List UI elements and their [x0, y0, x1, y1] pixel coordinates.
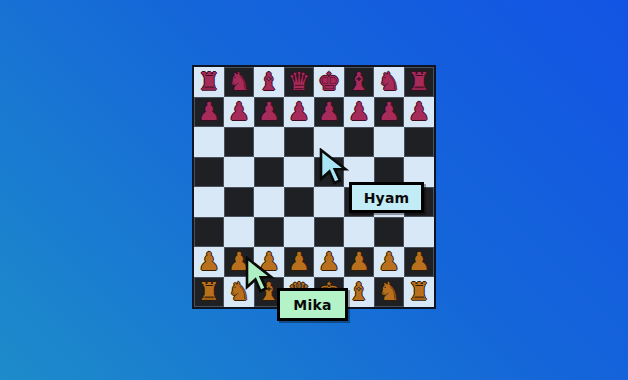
- square-b7[interactable]: ♟: [224, 97, 254, 127]
- piece-white-knight: ♞: [374, 277, 404, 307]
- square-h8[interactable]: ♜: [404, 67, 434, 97]
- piece-white-rook: ♜: [404, 277, 434, 307]
- square-b6[interactable]: [224, 127, 254, 157]
- piece-black-bishop: ♝: [344, 67, 374, 97]
- square-e4[interactable]: [314, 187, 344, 217]
- square-e8[interactable]: ♚: [314, 67, 344, 97]
- square-d6[interactable]: [284, 127, 314, 157]
- square-b5[interactable]: [224, 157, 254, 187]
- piece-black-pawn: ♟: [224, 97, 254, 127]
- square-f1[interactable]: ♝: [344, 277, 374, 307]
- piece-black-pawn: ♟: [344, 97, 374, 127]
- piece-white-pawn: ♟: [254, 247, 284, 277]
- square-h2[interactable]: ♟: [404, 247, 434, 277]
- square-a8[interactable]: ♜: [194, 67, 224, 97]
- square-a7[interactable]: ♟: [194, 97, 224, 127]
- square-d4[interactable]: [284, 187, 314, 217]
- square-e6[interactable]: [314, 127, 344, 157]
- square-a1[interactable]: ♜: [194, 277, 224, 307]
- square-g3[interactable]: [374, 217, 404, 247]
- square-h7[interactable]: ♟: [404, 97, 434, 127]
- piece-white-rook: ♜: [194, 277, 224, 307]
- piece-black-pawn: ♟: [254, 97, 284, 127]
- piece-black-bishop: ♝: [254, 67, 284, 97]
- app-background: ♜♞♝♛♚♝♞♜♟♟♟♟♟♟♟♟♟♟♟♟♟♟♟♟♜♞♝♛♚♝♞♜ Hyam Mi…: [0, 0, 628, 380]
- player-tag-mika: Mika: [277, 288, 348, 321]
- piece-black-pawn: ♟: [194, 97, 224, 127]
- piece-black-pawn: ♟: [404, 97, 434, 127]
- square-d8[interactable]: ♛: [284, 67, 314, 97]
- piece-black-rook: ♜: [404, 67, 434, 97]
- square-g1[interactable]: ♞: [374, 277, 404, 307]
- square-c6[interactable]: [254, 127, 284, 157]
- piece-black-knight: ♞: [374, 67, 404, 97]
- square-d2[interactable]: ♟: [284, 247, 314, 277]
- square-g8[interactable]: ♞: [374, 67, 404, 97]
- piece-white-pawn: ♟: [314, 247, 344, 277]
- square-c5[interactable]: [254, 157, 284, 187]
- piece-black-pawn: ♟: [314, 97, 344, 127]
- piece-white-pawn: ♟: [344, 247, 374, 277]
- square-d3[interactable]: [284, 217, 314, 247]
- square-e3[interactable]: [314, 217, 344, 247]
- square-b4[interactable]: [224, 187, 254, 217]
- square-f7[interactable]: ♟: [344, 97, 374, 127]
- square-d5[interactable]: [284, 157, 314, 187]
- square-g6[interactable]: [374, 127, 404, 157]
- square-e2[interactable]: ♟: [314, 247, 344, 277]
- square-c2[interactable]: ♟: [254, 247, 284, 277]
- square-c4[interactable]: [254, 187, 284, 217]
- piece-black-knight: ♞: [224, 67, 254, 97]
- piece-white-bishop: ♝: [344, 277, 374, 307]
- square-b8[interactable]: ♞: [224, 67, 254, 97]
- square-f8[interactable]: ♝: [344, 67, 374, 97]
- square-e5[interactable]: [314, 157, 344, 187]
- square-f6[interactable]: [344, 127, 374, 157]
- piece-black-rook: ♜: [194, 67, 224, 97]
- square-c7[interactable]: ♟: [254, 97, 284, 127]
- piece-white-pawn: ♟: [284, 247, 314, 277]
- square-h1[interactable]: ♜: [404, 277, 434, 307]
- square-f3[interactable]: [344, 217, 374, 247]
- square-c8[interactable]: ♝: [254, 67, 284, 97]
- player-name-hyam: Hyam: [364, 190, 410, 206]
- square-a3[interactable]: [194, 217, 224, 247]
- square-g7[interactable]: ♟: [374, 97, 404, 127]
- square-g2[interactable]: ♟: [374, 247, 404, 277]
- piece-black-pawn: ♟: [284, 97, 314, 127]
- piece-white-pawn: ♟: [374, 247, 404, 277]
- square-b3[interactable]: [224, 217, 254, 247]
- square-a6[interactable]: [194, 127, 224, 157]
- piece-black-pawn: ♟: [374, 97, 404, 127]
- piece-white-pawn: ♟: [194, 247, 224, 277]
- square-f2[interactable]: ♟: [344, 247, 374, 277]
- piece-white-knight: ♞: [224, 277, 254, 307]
- square-b1[interactable]: ♞: [224, 277, 254, 307]
- square-c3[interactable]: [254, 217, 284, 247]
- square-d7[interactable]: ♟: [284, 97, 314, 127]
- square-e7[interactable]: ♟: [314, 97, 344, 127]
- piece-white-pawn: ♟: [404, 247, 434, 277]
- player-tag-hyam: Hyam: [349, 182, 424, 213]
- square-b2[interactable]: ♟: [224, 247, 254, 277]
- square-a5[interactable]: [194, 157, 224, 187]
- player-name-mika: Mika: [293, 297, 331, 313]
- square-a2[interactable]: ♟: [194, 247, 224, 277]
- piece-black-queen: ♛: [284, 67, 314, 97]
- piece-white-pawn: ♟: [224, 247, 254, 277]
- square-a4[interactable]: [194, 187, 224, 217]
- square-h6[interactable]: [404, 127, 434, 157]
- square-h3[interactable]: [404, 217, 434, 247]
- piece-black-king: ♚: [314, 67, 344, 97]
